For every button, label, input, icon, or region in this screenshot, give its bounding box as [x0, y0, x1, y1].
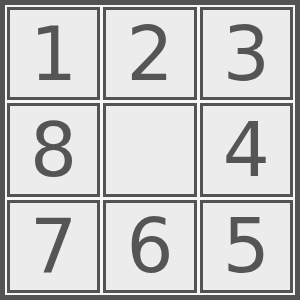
empty-cell	[103, 103, 196, 196]
tile-1[interactable]: 1	[7, 7, 100, 100]
puzzle-board: 1 2 3 8 4 7 6 5	[0, 0, 300, 300]
tile-5[interactable]: 5	[200, 200, 293, 293]
tile-6[interactable]: 6	[103, 200, 196, 293]
tile-3[interactable]: 3	[200, 7, 293, 100]
tile-2[interactable]: 2	[103, 7, 196, 100]
tile-8[interactable]: 8	[7, 103, 100, 196]
tile-4[interactable]: 4	[200, 103, 293, 196]
tile-7[interactable]: 7	[7, 200, 100, 293]
